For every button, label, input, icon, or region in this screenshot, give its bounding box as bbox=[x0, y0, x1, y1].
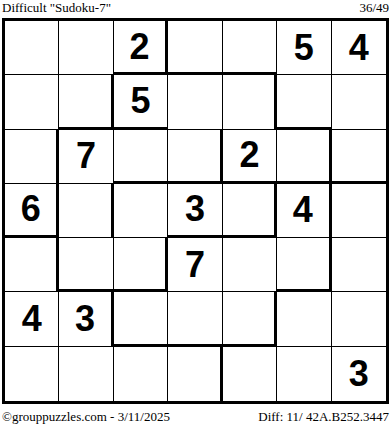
difficulty-code: Diff: 11/ 42A.B252.3447 bbox=[258, 409, 389, 424]
cell-r2c6-empty bbox=[277, 75, 331, 129]
empty-cell-counter: 36/49 bbox=[359, 0, 389, 15]
cell-r1c2-empty bbox=[59, 21, 113, 75]
cell-r3c2-given: 7 bbox=[59, 130, 113, 184]
cell-r4c4-given: 3 bbox=[168, 184, 222, 238]
cell-r3c5-given: 2 bbox=[223, 130, 277, 184]
cell-r2c2-empty bbox=[59, 75, 113, 129]
cell-r5c2-empty bbox=[59, 238, 113, 292]
cell-r2c4-empty bbox=[168, 75, 222, 129]
cell-r7c6-empty bbox=[277, 347, 331, 401]
footer: ©grouppuzzles.com - 3/11/2025 Diff: 11/ … bbox=[2, 409, 389, 424]
cell-r4c1-given: 6 bbox=[5, 184, 59, 238]
cell-r1c5-empty bbox=[223, 21, 277, 75]
cell-r3c1-empty bbox=[5, 130, 59, 184]
cell-r2c7-empty bbox=[332, 75, 386, 129]
cell-r5c1-empty bbox=[5, 238, 59, 292]
cell-r6c6-empty bbox=[277, 292, 331, 346]
cell-r7c7-given: 3 bbox=[332, 347, 386, 401]
cell-r6c2-given: 3 bbox=[59, 292, 113, 346]
cell-r2c3-given: 5 bbox=[114, 75, 168, 129]
header: Difficult "Sudoku-7" 36/49 bbox=[2, 0, 389, 15]
cell-r6c5-empty bbox=[223, 292, 277, 346]
cell-r6c4-empty bbox=[168, 292, 222, 346]
cell-r6c7-empty bbox=[332, 292, 386, 346]
cell-r4c5-empty bbox=[223, 184, 277, 238]
cell-r6c3-empty bbox=[114, 292, 168, 346]
cell-r3c3-empty bbox=[114, 130, 168, 184]
cell-r5c4-given: 7 bbox=[168, 238, 222, 292]
sudoku-board: 2545726347433 bbox=[2, 18, 389, 404]
cell-r2c1-empty bbox=[5, 75, 59, 129]
cell-r4c7-empty bbox=[332, 184, 386, 238]
cell-r5c7-empty bbox=[332, 238, 386, 292]
cell-r7c2-empty bbox=[59, 347, 113, 401]
cell-r1c6-given: 5 bbox=[277, 21, 331, 75]
cell-r5c3-empty bbox=[114, 238, 168, 292]
cell-r1c3-given: 2 bbox=[114, 21, 168, 75]
cell-r3c4-empty bbox=[168, 130, 222, 184]
cell-r4c3-empty bbox=[114, 184, 168, 238]
puzzle-title: Difficult "Sudoku-7" bbox=[2, 0, 111, 15]
cell-r1c1-empty bbox=[5, 21, 59, 75]
cell-r3c7-empty bbox=[332, 130, 386, 184]
cell-r1c4-empty bbox=[168, 21, 222, 75]
cell-r7c3-empty bbox=[114, 347, 168, 401]
cell-r5c5-empty bbox=[223, 238, 277, 292]
cell-r7c4-empty bbox=[168, 347, 222, 401]
cell-r4c2-empty bbox=[59, 184, 113, 238]
cell-r5c6-empty bbox=[277, 238, 331, 292]
cell-r6c1-given: 4 bbox=[5, 292, 59, 346]
copyright-text: ©grouppuzzles.com - 3/11/2025 bbox=[2, 409, 170, 424]
cell-r2c5-empty bbox=[223, 75, 277, 129]
cell-r1c7-given: 4 bbox=[332, 21, 386, 75]
cell-r4c6-given: 4 bbox=[277, 184, 331, 238]
cell-r3c6-empty bbox=[277, 130, 331, 184]
cell-r7c5-empty bbox=[223, 347, 277, 401]
cell-r7c1-empty bbox=[5, 347, 59, 401]
